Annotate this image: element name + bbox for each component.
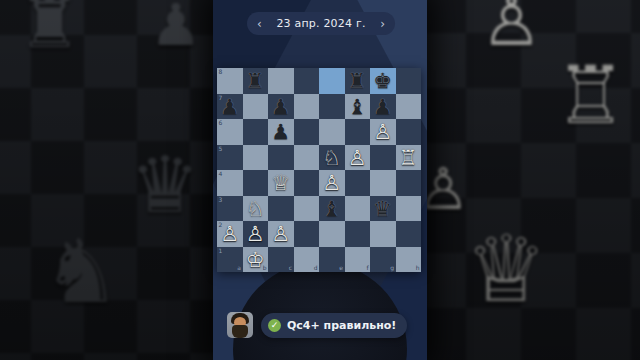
puzzle-screen: ‹ 23 апр. 2024 г. › 8♜♜♚7♟♟♝♟6♟♙5♘♙♖4♕♙3… [213,0,427,360]
square-h2[interactable] [396,221,422,247]
square-e7[interactable] [319,94,345,120]
square-f3[interactable] [345,196,371,222]
square-c8[interactable] [268,68,294,94]
square-b7[interactable] [243,94,269,120]
background-panel-left: ♜ ♟ ♛ ♞ [0,0,213,360]
square-b8[interactable]: ♜ [243,68,269,94]
piece-black-king[interactable]: ♚ [370,68,396,94]
square-a8[interactable]: 8 [217,68,243,94]
square-f7[interactable]: ♝ [345,94,371,120]
square-h7[interactable] [396,94,422,120]
file-label: h [416,265,420,271]
square-e2[interactable] [319,221,345,247]
square-b6[interactable] [243,119,269,145]
next-date-button[interactable]: › [380,18,385,30]
piece-black-pawn[interactable]: ♟ [370,94,396,120]
square-a2[interactable]: 2♙ [217,221,243,247]
rank-label: 5 [219,146,223,152]
square-e8[interactable] [319,68,345,94]
square-f5[interactable]: ♙ [345,145,371,171]
square-h3[interactable] [396,196,422,222]
square-g4[interactable] [370,170,396,196]
piece-black-bishop[interactable]: ♝ [345,94,371,120]
piece-black-pawn[interactable]: ♟ [268,119,294,145]
piece-white-pawn[interactable]: ♙ [243,221,269,247]
piece-white-knight[interactable]: ♘ [319,145,345,171]
file-label: e [339,265,343,271]
square-a5[interactable]: 5 [217,145,243,171]
file-label: g [390,265,394,271]
square-d8[interactable] [294,68,320,94]
background-circle [233,262,407,360]
previous-date-button[interactable]: ‹ [257,18,262,30]
square-d1[interactable]: d [294,247,320,273]
piece-white-pawn[interactable]: ♙ [319,170,345,196]
square-c2[interactable]: ♙ [268,221,294,247]
file-label: a [237,265,241,271]
square-c3[interactable] [268,196,294,222]
square-f4[interactable] [345,170,371,196]
square-d4[interactable] [294,170,320,196]
piece-black-rook[interactable]: ♜ [345,68,371,94]
piece-white-pawn[interactable]: ♙ [268,221,294,247]
square-e5[interactable]: ♘ [319,145,345,171]
square-c6[interactable]: ♟ [268,119,294,145]
chess-board[interactable]: 8♜♜♚7♟♟♝♟6♟♙5♘♙♖4♕♙3♘♝♛2♙♙♙1ab♔cdefgh [217,68,421,272]
square-e6[interactable] [319,119,345,145]
square-d7[interactable] [294,94,320,120]
piece-white-pawn[interactable]: ♙ [345,145,371,171]
square-g7[interactable]: ♟ [370,94,396,120]
file-label: f [366,265,368,271]
correct-move-toast: ✓ Qc4+ правильно! [261,313,407,338]
date-selector: ‹ 23 апр. 2024 г. › [247,12,395,35]
square-h1[interactable]: h [396,247,422,273]
square-c4[interactable]: ♕ [268,170,294,196]
piece-white-rook[interactable]: ♖ [396,145,422,171]
square-a6[interactable]: 6 [217,119,243,145]
square-g8[interactable]: ♚ [370,68,396,94]
piece-white-pawn[interactable]: ♙ [370,119,396,145]
user-avatar [227,312,253,338]
square-b5[interactable] [243,145,269,171]
square-a1[interactable]: 1a [217,247,243,273]
date-label: 23 апр. 2024 г. [276,17,365,30]
square-g3[interactable]: ♛ [370,196,396,222]
piece-white-queen[interactable]: ♕ [268,170,294,196]
toast-message: Qc4+ правильно! [287,319,396,332]
piece-white-pawn[interactable]: ♙ [217,221,243,247]
piece-black-bishop[interactable]: ♝ [319,196,345,222]
square-d6[interactable] [294,119,320,145]
square-b2[interactable]: ♙ [243,221,269,247]
piece-white-king[interactable]: ♔ [243,247,269,273]
avatar-beard [232,325,248,338]
rank-label: 3 [219,197,223,203]
square-b3[interactable]: ♘ [243,196,269,222]
square-c1[interactable]: c [268,247,294,273]
square-d2[interactable] [294,221,320,247]
square-c7[interactable]: ♟ [268,94,294,120]
square-h8[interactable] [396,68,422,94]
square-f2[interactable] [345,221,371,247]
background-shade [427,0,640,360]
rank-label: 6 [219,120,223,126]
square-e1[interactable]: e [319,247,345,273]
square-e3[interactable]: ♝ [319,196,345,222]
background-panel-right: ♙ ♖ ♙ ♕ [427,0,640,360]
piece-black-pawn[interactable]: ♟ [217,94,243,120]
piece-black-rook[interactable]: ♜ [243,68,269,94]
square-b1[interactable]: b♔ [243,247,269,273]
square-d5[interactable] [294,145,320,171]
square-h6[interactable] [396,119,422,145]
piece-black-queen[interactable]: ♛ [370,196,396,222]
piece-white-knight[interactable]: ♘ [243,196,269,222]
square-a3[interactable]: 3 [217,196,243,222]
success-check-icon: ✓ [268,319,281,332]
square-h5[interactable]: ♖ [396,145,422,171]
square-d3[interactable] [294,196,320,222]
square-g5[interactable] [370,145,396,171]
square-g6[interactable]: ♙ [370,119,396,145]
rank-label: 4 [219,171,223,177]
square-e4[interactable]: ♙ [319,170,345,196]
square-g2[interactable] [370,221,396,247]
rank-label: 1 [219,248,223,254]
square-h4[interactable] [396,170,422,196]
square-b4[interactable] [243,170,269,196]
screenshot-canvas: ♜ ♟ ♛ ♞ ♙ ♖ ♙ ♕ ‹ 23 апр. 2024 г. › 8♜♜♚… [0,0,640,360]
piece-black-pawn[interactable]: ♟ [268,94,294,120]
square-a4[interactable]: 4 [217,170,243,196]
square-a7[interactable]: 7♟ [217,94,243,120]
file-label: d [314,265,318,271]
square-f6[interactable] [345,119,371,145]
square-g1[interactable]: g [370,247,396,273]
rank-label: 8 [219,69,223,75]
square-f8[interactable]: ♜ [345,68,371,94]
file-label: c [289,265,292,271]
background-shade [0,0,213,360]
square-f1[interactable]: f [345,247,371,273]
square-c5[interactable] [268,145,294,171]
